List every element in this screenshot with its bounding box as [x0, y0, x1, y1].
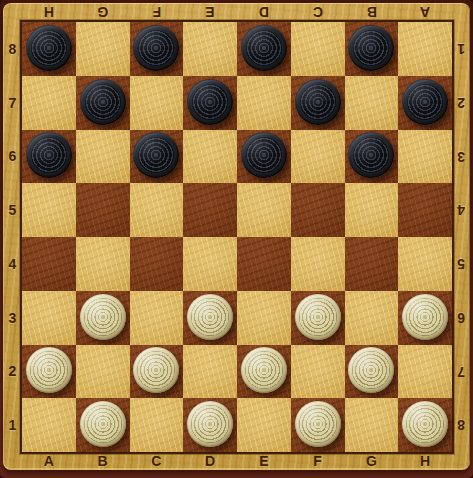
board: ⛂⛂⛂⛂⛂⛂⛂⛂⛂⛂⛂⛂⛀⛀⛀⛀⛀⛀⛀⛀⛀⛀⛀⛀: [22, 22, 452, 452]
square-a7[interactable]: [22, 76, 76, 130]
coord-label: 8: [3, 22, 22, 76]
coord-label: 4: [3, 237, 22, 291]
square-b6[interactable]: [76, 130, 130, 184]
black-piece-e8[interactable]: ⛂: [241, 25, 287, 71]
black-piece-g6[interactable]: ⛂: [348, 132, 394, 178]
white-piece-g2[interactable]: ⛀: [348, 347, 394, 393]
square-a3[interactable]: [22, 291, 76, 345]
square-f3[interactable]: ⛀: [291, 291, 345, 345]
coord-label: 2: [3, 345, 22, 399]
square-b5[interactable]: [76, 183, 130, 237]
square-d8[interactable]: [183, 22, 237, 76]
coord-label: 3: [452, 130, 470, 184]
black-piece-a8[interactable]: ⛂: [26, 25, 72, 71]
black-piece-e6[interactable]: ⛂: [241, 132, 287, 178]
white-piece-c2[interactable]: ⛀: [133, 347, 179, 393]
checkers-app: HGFEDCBA ABCDEFGH 87654321 12345678 ⛂⛂⛂⛂…: [0, 0, 473, 478]
white-piece-h1[interactable]: ⛀: [402, 401, 448, 447]
coord-label: E: [237, 452, 291, 470]
square-a8[interactable]: ⛂: [22, 22, 76, 76]
labels-left: 87654321: [3, 22, 22, 452]
square-h6[interactable]: [398, 130, 452, 184]
square-c8[interactable]: ⛂: [130, 22, 184, 76]
black-piece-b7[interactable]: ⛂: [80, 79, 126, 125]
square-d6[interactable]: [183, 130, 237, 184]
white-piece-d1[interactable]: ⛀: [187, 401, 233, 447]
square-h1[interactable]: ⛀: [398, 398, 452, 452]
square-e1[interactable]: [237, 398, 291, 452]
square-d3[interactable]: ⛀: [183, 291, 237, 345]
coord-label: F: [130, 3, 184, 22]
labels-top: HGFEDCBA: [22, 3, 452, 22]
square-f2[interactable]: [291, 345, 345, 399]
square-b1[interactable]: ⛀: [76, 398, 130, 452]
labels-right: 12345678: [452, 22, 470, 452]
square-g7[interactable]: [345, 76, 399, 130]
square-h5[interactable]: [398, 183, 452, 237]
square-c5[interactable]: [130, 183, 184, 237]
square-e8[interactable]: ⛂: [237, 22, 291, 76]
square-c2[interactable]: ⛀: [130, 345, 184, 399]
square-h7[interactable]: ⛂: [398, 76, 452, 130]
square-b7[interactable]: ⛂: [76, 76, 130, 130]
coord-label: 3: [3, 291, 22, 345]
square-f5[interactable]: [291, 183, 345, 237]
square-h4[interactable]: [398, 237, 452, 291]
square-g4[interactable]: [345, 237, 399, 291]
square-e2[interactable]: ⛀: [237, 345, 291, 399]
square-a5[interactable]: [22, 183, 76, 237]
coord-label: 5: [3, 183, 22, 237]
black-piece-a6[interactable]: ⛂: [26, 132, 72, 178]
square-f4[interactable]: [291, 237, 345, 291]
square-c1[interactable]: [130, 398, 184, 452]
labels-bottom: ABCDEFGH: [22, 452, 452, 470]
white-piece-h3[interactable]: ⛀: [402, 294, 448, 340]
square-f6[interactable]: [291, 130, 345, 184]
coord-label: F: [291, 452, 345, 470]
coord-label: H: [22, 3, 76, 22]
coord-label: 4: [452, 183, 470, 237]
white-piece-b1[interactable]: ⛀: [80, 401, 126, 447]
black-piece-f7[interactable]: ⛂: [295, 79, 341, 125]
square-c7[interactable]: [130, 76, 184, 130]
white-piece-e2[interactable]: ⛀: [241, 347, 287, 393]
square-e6[interactable]: ⛂: [237, 130, 291, 184]
coord-label: 1: [3, 398, 22, 452]
square-c3[interactable]: [130, 291, 184, 345]
coord-label: B: [345, 3, 399, 22]
square-g1[interactable]: [345, 398, 399, 452]
white-piece-b3[interactable]: ⛀: [80, 294, 126, 340]
black-piece-d7[interactable]: ⛂: [187, 79, 233, 125]
square-d4[interactable]: [183, 237, 237, 291]
square-g5[interactable]: [345, 183, 399, 237]
coord-label: D: [237, 3, 291, 22]
coord-label: 5: [452, 237, 470, 291]
white-piece-d3[interactable]: ⛀: [187, 294, 233, 340]
coord-label: 7: [452, 345, 470, 399]
square-h8[interactable]: [398, 22, 452, 76]
coord-label: B: [76, 452, 130, 470]
square-a6[interactable]: ⛂: [22, 130, 76, 184]
square-e7[interactable]: [237, 76, 291, 130]
square-b4[interactable]: [76, 237, 130, 291]
coord-label: G: [345, 452, 399, 470]
coord-label: 2: [452, 76, 470, 130]
coord-label: 1: [452, 22, 470, 76]
square-a1[interactable]: [22, 398, 76, 452]
coord-label: 6: [3, 130, 22, 184]
coord-label: C: [291, 3, 345, 22]
coord-label: 8: [452, 398, 470, 452]
square-c4[interactable]: [130, 237, 184, 291]
square-d5[interactable]: [183, 183, 237, 237]
square-a2[interactable]: ⛀: [22, 345, 76, 399]
square-h2[interactable]: [398, 345, 452, 399]
square-e4[interactable]: [237, 237, 291, 291]
square-f7[interactable]: ⛂: [291, 76, 345, 130]
white-piece-f3[interactable]: ⛀: [295, 294, 341, 340]
square-b3[interactable]: ⛀: [76, 291, 130, 345]
square-f1[interactable]: ⛀: [291, 398, 345, 452]
square-d7[interactable]: ⛂: [183, 76, 237, 130]
white-piece-f1[interactable]: ⛀: [295, 401, 341, 447]
square-f8[interactable]: [291, 22, 345, 76]
coord-label: H: [398, 452, 452, 470]
black-piece-c6[interactable]: ⛂: [133, 132, 179, 178]
square-d2[interactable]: [183, 345, 237, 399]
coord-label: A: [398, 3, 452, 22]
black-piece-h7[interactable]: ⛂: [402, 79, 448, 125]
coord-label: E: [183, 3, 237, 22]
square-b2[interactable]: [76, 345, 130, 399]
square-d1[interactable]: ⛀: [183, 398, 237, 452]
white-piece-a2[interactable]: ⛀: [26, 347, 72, 393]
coord-label: C: [130, 452, 184, 470]
black-piece-g8[interactable]: ⛂: [348, 25, 394, 71]
square-g8[interactable]: ⛂: [345, 22, 399, 76]
coord-label: 6: [452, 291, 470, 345]
square-a4[interactable]: [22, 237, 76, 291]
square-e5[interactable]: [237, 183, 291, 237]
coord-label: G: [76, 3, 130, 22]
coord-label: 7: [3, 76, 22, 130]
square-h3[interactable]: ⛀: [398, 291, 452, 345]
coord-label: D: [183, 452, 237, 470]
square-c6[interactable]: ⛂: [130, 130, 184, 184]
square-b8[interactable]: [76, 22, 130, 76]
black-piece-c8[interactable]: ⛂: [133, 25, 179, 71]
square-g6[interactable]: ⛂: [345, 130, 399, 184]
square-e3[interactable]: [237, 291, 291, 345]
square-g3[interactable]: [345, 291, 399, 345]
square-g2[interactable]: ⛀: [345, 345, 399, 399]
coord-label: A: [22, 452, 76, 470]
